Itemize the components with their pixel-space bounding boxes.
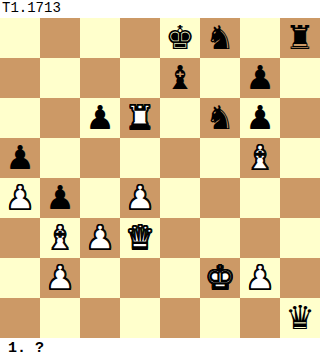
square-c2[interactable] <box>80 258 120 298</box>
square-b2[interactable]: ♟ <box>40 258 80 298</box>
square-g6[interactable]: ♟ <box>240 98 280 138</box>
piece-black-rook: ♜ <box>285 18 315 58</box>
square-g3[interactable] <box>240 218 280 258</box>
square-d3[interactable]: ♛ <box>120 218 160 258</box>
piece-white-king: ♚ <box>205 258 235 298</box>
square-g1[interactable] <box>240 298 280 338</box>
square-g7[interactable]: ♟ <box>240 58 280 98</box>
square-h7[interactable] <box>280 58 320 98</box>
square-c1[interactable] <box>80 298 120 338</box>
square-a3[interactable] <box>0 218 40 258</box>
square-f2[interactable]: ♚ <box>200 258 240 298</box>
square-d2[interactable] <box>120 258 160 298</box>
square-d4[interactable]: ♟ <box>120 178 160 218</box>
square-b7[interactable] <box>40 58 80 98</box>
square-f8[interactable]: ♞ <box>200 18 240 58</box>
square-e7[interactable]: ♝ <box>160 58 200 98</box>
square-d8[interactable] <box>120 18 160 58</box>
square-h6[interactable] <box>280 98 320 138</box>
square-e6[interactable] <box>160 98 200 138</box>
piece-black-pawn: ♟ <box>245 98 275 138</box>
piece-white-pawn: ♟ <box>85 218 115 258</box>
square-c5[interactable] <box>80 138 120 178</box>
piece-black-pawn: ♟ <box>85 98 115 138</box>
square-f4[interactable] <box>200 178 240 218</box>
square-a7[interactable] <box>0 58 40 98</box>
piece-black-pawn: ♟ <box>45 178 75 218</box>
square-e5[interactable] <box>160 138 200 178</box>
square-f7[interactable] <box>200 58 240 98</box>
piece-white-bishop: ♝ <box>45 218 75 258</box>
square-f5[interactable] <box>200 138 240 178</box>
piece-white-bishop: ♝ <box>245 138 275 178</box>
square-h2[interactable] <box>280 258 320 298</box>
square-e4[interactable] <box>160 178 200 218</box>
puzzle-title: T1.1713 <box>0 0 320 18</box>
piece-black-knight: ♞ <box>205 98 235 138</box>
square-d7[interactable] <box>120 58 160 98</box>
square-h8[interactable]: ♜ <box>280 18 320 58</box>
square-d5[interactable] <box>120 138 160 178</box>
piece-black-pawn: ♟ <box>245 58 275 98</box>
square-h4[interactable] <box>280 178 320 218</box>
square-g4[interactable] <box>240 178 280 218</box>
square-c3[interactable]: ♟ <box>80 218 120 258</box>
square-a6[interactable] <box>0 98 40 138</box>
chess-board: ♚♞♜♝♟♟♜♞♟♟♝♟♟♟♝♟♛♟♚♟♛ <box>0 18 320 338</box>
square-b4[interactable]: ♟ <box>40 178 80 218</box>
square-g5[interactable]: ♝ <box>240 138 280 178</box>
square-f1[interactable] <box>200 298 240 338</box>
square-h5[interactable] <box>280 138 320 178</box>
piece-black-pawn: ♟ <box>5 138 35 178</box>
square-h1[interactable]: ♛ <box>280 298 320 338</box>
square-a5[interactable]: ♟ <box>0 138 40 178</box>
square-h3[interactable] <box>280 218 320 258</box>
square-e2[interactable] <box>160 258 200 298</box>
square-g8[interactable] <box>240 18 280 58</box>
square-b1[interactable] <box>40 298 80 338</box>
piece-white-pawn: ♟ <box>45 258 75 298</box>
square-f6[interactable]: ♞ <box>200 98 240 138</box>
square-a1[interactable] <box>0 298 40 338</box>
square-a4[interactable]: ♟ <box>0 178 40 218</box>
square-d1[interactable] <box>120 298 160 338</box>
piece-black-king: ♚ <box>165 18 195 58</box>
piece-white-pawn: ♟ <box>245 258 275 298</box>
square-b8[interactable] <box>40 18 80 58</box>
square-e3[interactable] <box>160 218 200 258</box>
square-a8[interactable] <box>0 18 40 58</box>
square-e8[interactable]: ♚ <box>160 18 200 58</box>
square-c8[interactable] <box>80 18 120 58</box>
square-c6[interactable]: ♟ <box>80 98 120 138</box>
piece-black-knight: ♞ <box>205 18 235 58</box>
piece-white-pawn: ♟ <box>5 178 35 218</box>
square-g2[interactable]: ♟ <box>240 258 280 298</box>
square-c7[interactable] <box>80 58 120 98</box>
piece-black-bishop: ♝ <box>165 58 195 98</box>
square-c4[interactable] <box>80 178 120 218</box>
square-b3[interactable]: ♝ <box>40 218 80 258</box>
piece-white-pawn: ♟ <box>125 178 155 218</box>
square-f3[interactable] <box>200 218 240 258</box>
square-d6[interactable]: ♜ <box>120 98 160 138</box>
square-b5[interactable] <box>40 138 80 178</box>
piece-white-rook: ♜ <box>125 98 155 138</box>
square-a2[interactable] <box>0 258 40 298</box>
square-b6[interactable] <box>40 98 80 138</box>
piece-black-queen: ♛ <box>285 298 315 338</box>
move-prompt: 1. ? <box>0 338 320 360</box>
piece-white-queen: ♛ <box>125 218 155 258</box>
square-e1[interactable] <box>160 298 200 338</box>
